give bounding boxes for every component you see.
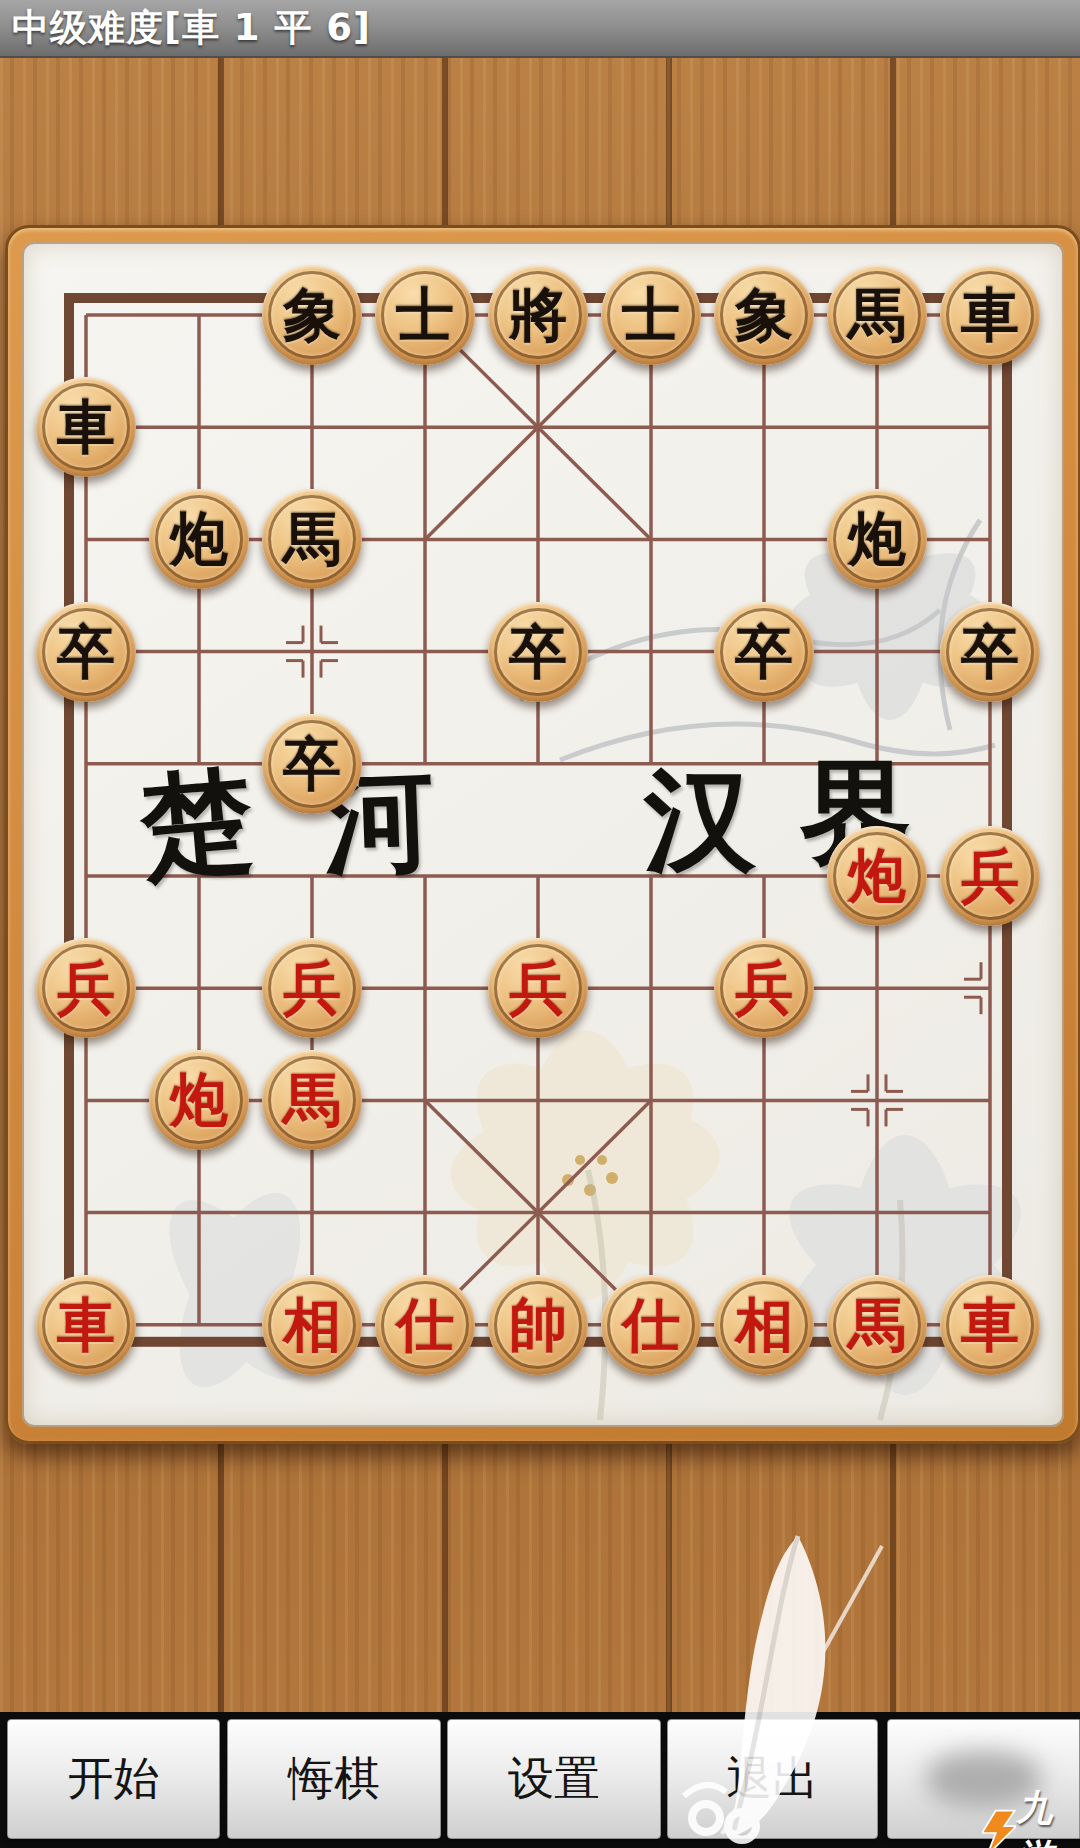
piece-label: 馬 <box>848 1296 906 1354</box>
piece-black-general[interactable]: 將 <box>488 265 588 365</box>
extra-button[interactable] <box>887 1719 1080 1839</box>
piece-label: 車 <box>961 1296 1019 1354</box>
piece-red-advisor[interactable]: 仕 <box>601 1275 701 1375</box>
piece-label: 兵 <box>57 959 115 1017</box>
piece-label: 仕 <box>396 1296 454 1354</box>
piece-black-pawn[interactable]: 卒 <box>714 602 814 702</box>
piece-label: 炮 <box>170 1071 228 1129</box>
undo-button[interactable]: 悔棋 <box>227 1719 441 1839</box>
piece-label: 馬 <box>283 1071 341 1129</box>
piece-label: 車 <box>57 398 115 456</box>
piece-red-advisor[interactable]: 仕 <box>375 1275 475 1375</box>
piece-red-pawn[interactable]: 兵 <box>262 938 362 1038</box>
piece-red-pawn[interactable]: 兵 <box>36 938 136 1038</box>
piece-red-cannon[interactable]: 炮 <box>149 1050 249 1150</box>
piece-red-general[interactable]: 帥 <box>488 1275 588 1375</box>
piece-label: 象 <box>283 286 341 344</box>
piece-label: 卒 <box>283 735 341 793</box>
piece-label: 兵 <box>283 959 341 1017</box>
piece-red-cannon[interactable]: 炮 <box>827 826 927 926</box>
app-screen: 楚 河 汉 界 象士將士象馬車車炮馬炮卒卒卒卒卒兵炮兵兵兵兵炮馬車相仕帥仕相馬車… <box>0 0 1080 1848</box>
piece-black-advisor[interactable]: 士 <box>375 265 475 365</box>
piece-label: 車 <box>961 286 1019 344</box>
piece-label: 炮 <box>848 510 906 568</box>
title-bar: 中级难度[車 1 平 6] <box>0 0 1080 58</box>
piece-label: 兵 <box>735 959 793 1017</box>
piece-black-chariot[interactable]: 車 <box>940 265 1040 365</box>
piece-black-cannon[interactable]: 炮 <box>827 489 927 589</box>
piece-label: 仕 <box>622 1296 680 1354</box>
piece-label: 卒 <box>509 623 567 681</box>
piece-label: 兵 <box>509 959 567 1017</box>
piece-label: 士 <box>622 286 680 344</box>
piece-label: 車 <box>57 1296 115 1354</box>
piece-black-pawn[interactable]: 卒 <box>488 602 588 702</box>
piece-black-pawn[interactable]: 卒 <box>940 602 1040 702</box>
piece-black-pawn[interactable]: 卒 <box>36 602 136 702</box>
piece-label: 將 <box>509 286 567 344</box>
settings-button[interactable]: 设置 <box>447 1719 661 1839</box>
piece-label: 炮 <box>170 510 228 568</box>
piece-label: 卒 <box>57 623 115 681</box>
piece-label: 馬 <box>848 286 906 344</box>
piece-red-elephant[interactable]: 相 <box>714 1275 814 1375</box>
piece-label: 馬 <box>283 510 341 568</box>
piece-black-elephant[interactable]: 象 <box>262 265 362 365</box>
page-title: 中级难度[車 1 平 6] <box>0 3 371 53</box>
piece-black-chariot[interactable]: 車 <box>36 377 136 477</box>
piece-red-pawn[interactable]: 兵 <box>714 938 814 1038</box>
piece-red-pawn[interactable]: 兵 <box>488 938 588 1038</box>
piece-red-chariot[interactable]: 車 <box>940 1275 1040 1375</box>
piece-label: 卒 <box>961 623 1019 681</box>
piece-label: 兵 <box>961 847 1019 905</box>
piece-label: 帥 <box>509 1296 567 1354</box>
piece-red-chariot[interactable]: 車 <box>36 1275 136 1375</box>
exit-button[interactable]: 退出 <box>667 1719 878 1839</box>
piece-label: 士 <box>396 286 454 344</box>
piece-red-pawn[interactable]: 兵 <box>940 826 1040 926</box>
bottom-toolbar: 开始 悔棋 设置 退出 <box>0 1712 1080 1848</box>
piece-red-elephant[interactable]: 相 <box>262 1275 362 1375</box>
piece-black-cannon[interactable]: 炮 <box>149 489 249 589</box>
piece-label: 卒 <box>735 623 793 681</box>
piece-label: 相 <box>283 1296 341 1354</box>
start-button[interactable]: 开始 <box>7 1719 220 1839</box>
piece-black-horse[interactable]: 馬 <box>262 489 362 589</box>
piece-red-horse[interactable]: 馬 <box>827 1275 927 1375</box>
piece-label: 象 <box>735 286 793 344</box>
piece-label: 炮 <box>848 847 906 905</box>
piece-black-pawn[interactable]: 卒 <box>262 714 362 814</box>
piece-red-horse[interactable]: 馬 <box>262 1050 362 1150</box>
piece-label: 相 <box>735 1296 793 1354</box>
pieces-layer: 象士將士象馬車車炮馬炮卒卒卒卒卒兵炮兵兵兵兵炮馬車相仕帥仕相馬車 <box>0 0 1080 1848</box>
piece-black-elephant[interactable]: 象 <box>714 265 814 365</box>
piece-black-advisor[interactable]: 士 <box>601 265 701 365</box>
piece-black-horse[interactable]: 馬 <box>827 265 927 365</box>
